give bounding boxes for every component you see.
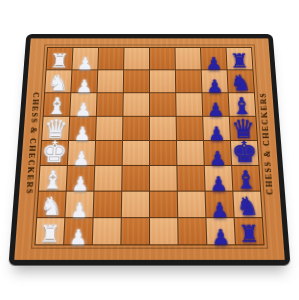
square-a6[interactable]: [175, 48, 200, 69]
square-c7[interactable]: ♟: [202, 93, 228, 116]
piece-white-pawn[interactable]: ♟: [70, 200, 88, 219]
square-b5[interactable]: [150, 70, 175, 92]
square-f3[interactable]: [94, 166, 121, 191]
piece-white-rook[interactable]: ♜: [39, 224, 61, 247]
piece-white-knight[interactable]: ♞: [39, 195, 63, 219]
square-a2[interactable]: ♟: [72, 48, 98, 69]
square-g8[interactable]: ♞: [233, 192, 261, 217]
square-a5[interactable]: [150, 48, 175, 69]
square-h1[interactable]: ♜: [36, 218, 65, 244]
square-a4[interactable]: [124, 48, 149, 69]
square-c6[interactable]: [176, 93, 202, 116]
square-g7[interactable]: ♟: [206, 192, 234, 217]
piece-blue-knight[interactable]: ♞: [236, 195, 260, 219]
square-b3[interactable]: [98, 70, 124, 92]
square-c4[interactable]: [123, 93, 149, 116]
square-c5[interactable]: [150, 93, 176, 116]
board-grid: ♜♟♟♜♞♟♟♞♝♟♟♝♛♟♟♛♚♟♟♚♝♟♟♝♞♟♟♞♜♟♟♜: [36, 48, 264, 244]
piece-white-rook[interactable]: ♜: [49, 53, 69, 72]
square-c8[interactable]: ♝: [229, 93, 256, 116]
square-b2[interactable]: ♟: [71, 70, 97, 92]
square-e7[interactable]: ♟: [204, 141, 231, 165]
square-a1[interactable]: ♜: [47, 48, 73, 69]
square-b8[interactable]: ♞: [228, 70, 254, 92]
square-d7[interactable]: ♟: [203, 117, 230, 140]
piece-blue-bishop[interactable]: ♝: [235, 169, 258, 192]
square-d3[interactable]: [96, 117, 122, 140]
square-f4[interactable]: [122, 166, 149, 191]
piece-blue-rook[interactable]: ♜: [230, 53, 250, 72]
square-e6[interactable]: [177, 141, 204, 165]
square-a7[interactable]: ♟: [201, 48, 227, 69]
square-e3[interactable]: [95, 141, 122, 165]
piece-blue-pawn[interactable]: ♟: [209, 149, 227, 167]
square-e2[interactable]: ♟: [68, 141, 95, 165]
square-f2[interactable]: ♟: [67, 166, 95, 191]
square-b6[interactable]: [176, 70, 202, 92]
piece-blue-pawn[interactable]: ♟: [205, 55, 222, 71]
square-b4[interactable]: [124, 70, 149, 92]
piece-blue-king[interactable]: ♚: [231, 139, 259, 166]
piece-white-pawn[interactable]: ♟: [75, 101, 92, 118]
square-g6[interactable]: [178, 192, 206, 217]
piece-blue-pawn[interactable]: ♟: [206, 78, 223, 95]
square-h5[interactable]: [150, 218, 178, 244]
square-c2[interactable]: ♟: [70, 93, 96, 116]
wood-border: CHESS & CHECKERS CHESS & CHECKERS ♜♟♟♜♞♟…: [14, 38, 285, 260]
square-h2[interactable]: ♟: [64, 218, 92, 244]
square-a3[interactable]: [98, 48, 123, 69]
square-c1[interactable]: ♝: [44, 93, 71, 116]
piece-blue-pawn[interactable]: ♟: [211, 227, 230, 247]
square-f6[interactable]: [177, 166, 204, 191]
piece-white-knight[interactable]: ♞: [47, 73, 69, 94]
square-d2[interactable]: ♟: [69, 117, 96, 140]
square-f1[interactable]: ♝: [39, 166, 67, 191]
piece-blue-pawn[interactable]: ♟: [208, 124, 226, 142]
chess-board: CHESS & CHECKERS CHESS & CHECKERS ♜♟♟♜♞♟…: [8, 34, 290, 266]
piece-blue-knight[interactable]: ♞: [230, 73, 252, 94]
square-g5[interactable]: [150, 192, 177, 217]
square-e8[interactable]: ♚: [231, 141, 258, 165]
square-e1[interactable]: ♚: [41, 141, 68, 165]
piece-white-bishop[interactable]: ♝: [41, 169, 64, 192]
piece-blue-rook[interactable]: ♜: [238, 224, 260, 247]
square-h6[interactable]: [178, 218, 206, 244]
piece-blue-pawn[interactable]: ♟: [210, 174, 228, 193]
square-d6[interactable]: [177, 117, 203, 140]
piece-white-pawn[interactable]: ♟: [72, 149, 90, 167]
square-h4[interactable]: [121, 218, 149, 244]
square-c3[interactable]: [97, 93, 123, 116]
piece-white-pawn[interactable]: ♟: [77, 55, 94, 71]
product-photo-backdrop: CHESS & CHECKERS CHESS & CHECKERS ♜♟♟♜♞♟…: [0, 0, 299, 300]
square-f8[interactable]: ♝: [232, 166, 260, 191]
square-g1[interactable]: ♞: [37, 192, 65, 217]
square-h8[interactable]: ♜: [235, 218, 264, 244]
square-d5[interactable]: [150, 117, 176, 140]
square-f5[interactable]: [150, 166, 177, 191]
square-b7[interactable]: ♟: [202, 70, 228, 92]
square-g3[interactable]: [94, 192, 122, 217]
square-h3[interactable]: [93, 218, 121, 244]
square-g4[interactable]: [122, 192, 149, 217]
board-perspective-wrapper: CHESS & CHECKERS CHESS & CHECKERS ♜♟♟♜♞♟…: [8, 34, 290, 266]
piece-white-king[interactable]: ♚: [40, 139, 68, 166]
square-g2[interactable]: ♟: [65, 192, 93, 217]
piece-white-pawn[interactable]: ♟: [76, 78, 93, 95]
piece-blue-pawn[interactable]: ♟: [207, 101, 224, 118]
playing-area-frame: ♜♟♟♜♞♟♟♞♝♟♟♝♛♟♟♛♚♟♟♚♝♟♟♝♞♟♟♞♜♟♟♜: [34, 47, 264, 245]
square-d4[interactable]: [123, 117, 149, 140]
piece-blue-pawn[interactable]: ♟: [210, 200, 228, 219]
square-e5[interactable]: [150, 141, 176, 165]
square-a8[interactable]: ♜: [226, 48, 252, 69]
square-b1[interactable]: ♞: [45, 70, 71, 92]
square-e4[interactable]: [123, 141, 149, 165]
square-f7[interactable]: ♟: [205, 166, 233, 191]
piece-white-pawn[interactable]: ♟: [73, 124, 91, 142]
square-h7[interactable]: ♟: [206, 218, 234, 244]
piece-white-pawn[interactable]: ♟: [69, 227, 88, 247]
piece-white-pawn[interactable]: ♟: [71, 174, 89, 193]
